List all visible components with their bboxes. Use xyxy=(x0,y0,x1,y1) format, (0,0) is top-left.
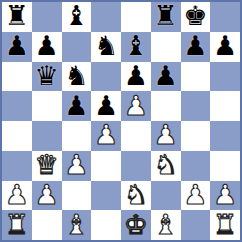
piece-white-pawn[interactable]: ♟ xyxy=(64,151,88,178)
square-a8[interactable]: ♜ xyxy=(2,2,32,32)
square-e6[interactable]: ♟ xyxy=(121,62,151,92)
square-b7[interactable]: ♟ xyxy=(32,32,62,62)
piece-white-pawn[interactable]: ♟ xyxy=(154,121,178,148)
square-c3[interactable]: ♟ xyxy=(62,151,92,181)
square-g1[interactable] xyxy=(181,210,211,240)
piece-white-knight[interactable]: ♞ xyxy=(154,151,178,178)
square-g2[interactable]: ♟ xyxy=(181,181,211,211)
square-h7[interactable]: ♟ xyxy=(210,32,240,62)
piece-black-pawn[interactable]: ♟ xyxy=(124,62,148,89)
piece-black-rook[interactable]: ♜ xyxy=(154,2,178,29)
square-d1[interactable] xyxy=(91,210,121,240)
piece-white-pawn[interactable]: ♟ xyxy=(94,121,118,148)
piece-black-pawn[interactable]: ♟ xyxy=(64,92,88,119)
square-a4[interactable] xyxy=(2,121,32,151)
square-e5[interactable]: ♟ xyxy=(121,91,151,121)
square-c2[interactable] xyxy=(62,181,92,211)
square-b1[interactable] xyxy=(32,210,62,240)
piece-black-pawn[interactable]: ♟ xyxy=(5,32,29,59)
piece-black-knight[interactable]: ♞ xyxy=(94,32,118,59)
square-d6[interactable] xyxy=(91,62,121,92)
square-h4[interactable] xyxy=(210,121,240,151)
piece-black-pawn[interactable]: ♟ xyxy=(154,62,178,89)
square-g4[interactable] xyxy=(181,121,211,151)
piece-black-pawn[interactable]: ♟ xyxy=(35,32,59,59)
square-f8[interactable]: ♜ xyxy=(151,2,181,32)
square-h2[interactable]: ♟ xyxy=(210,181,240,211)
piece-white-pawn[interactable]: ♟ xyxy=(213,181,237,208)
square-g5[interactable] xyxy=(181,91,211,121)
square-e4[interactable] xyxy=(121,121,151,151)
square-h6[interactable] xyxy=(210,62,240,92)
piece-white-bishop[interactable]: ♝ xyxy=(64,211,88,238)
piece-white-queen[interactable]: ♛ xyxy=(35,151,59,178)
square-f7[interactable] xyxy=(151,32,181,62)
piece-black-king[interactable]: ♚ xyxy=(183,2,207,29)
square-a2[interactable]: ♟ xyxy=(2,181,32,211)
piece-white-king[interactable]: ♚ xyxy=(124,211,148,238)
chess-board: ♜♝♜♚♟♟♞♝♟♟♛♞♟♟♟♟♟♟♟♛♟♞♟♟♞♟♟♜♝♚♝♜ xyxy=(0,0,242,242)
piece-white-pawn[interactable]: ♟ xyxy=(5,181,29,208)
square-b5[interactable] xyxy=(32,91,62,121)
square-d4[interactable]: ♟ xyxy=(91,121,121,151)
square-h5[interactable] xyxy=(210,91,240,121)
square-a3[interactable] xyxy=(2,151,32,181)
square-g6[interactable] xyxy=(181,62,211,92)
square-h3[interactable] xyxy=(210,151,240,181)
piece-white-knight[interactable]: ♞ xyxy=(124,181,148,208)
square-d2[interactable] xyxy=(91,181,121,211)
piece-black-bishop[interactable]: ♝ xyxy=(124,32,148,59)
square-f3[interactable]: ♞ xyxy=(151,151,181,181)
piece-black-knight[interactable]: ♞ xyxy=(64,62,88,89)
square-b8[interactable] xyxy=(32,2,62,32)
square-g7[interactable]: ♟ xyxy=(181,32,211,62)
chess-board-grid: ♜♝♜♚♟♟♞♝♟♟♛♞♟♟♟♟♟♟♟♛♟♞♟♟♞♟♟♜♝♚♝♜ xyxy=(2,2,240,240)
square-d8[interactable] xyxy=(91,2,121,32)
square-e1[interactable]: ♚ xyxy=(121,210,151,240)
square-c6[interactable]: ♞ xyxy=(62,62,92,92)
square-b3[interactable]: ♛ xyxy=(32,151,62,181)
piece-white-pawn[interactable]: ♟ xyxy=(35,181,59,208)
piece-white-rook[interactable]: ♜ xyxy=(5,211,29,238)
square-f2[interactable] xyxy=(151,181,181,211)
square-a5[interactable] xyxy=(2,91,32,121)
square-d5[interactable]: ♟ xyxy=(91,91,121,121)
square-g3[interactable] xyxy=(181,151,211,181)
piece-white-pawn[interactable]: ♟ xyxy=(183,181,207,208)
square-e3[interactable] xyxy=(121,151,151,181)
square-c4[interactable] xyxy=(62,121,92,151)
square-b6[interactable]: ♛ xyxy=(32,62,62,92)
piece-black-pawn[interactable]: ♟ xyxy=(94,92,118,119)
square-c8[interactable]: ♝ xyxy=(62,2,92,32)
square-b2[interactable]: ♟ xyxy=(32,181,62,211)
square-a1[interactable]: ♜ xyxy=(2,210,32,240)
piece-black-rook[interactable]: ♜ xyxy=(5,2,29,29)
square-e2[interactable]: ♞ xyxy=(121,181,151,211)
square-f6[interactable]: ♟ xyxy=(151,62,181,92)
square-d7[interactable]: ♞ xyxy=(91,32,121,62)
square-h1[interactable]: ♜ xyxy=(210,210,240,240)
piece-white-rook[interactable]: ♜ xyxy=(213,211,237,238)
square-g8[interactable]: ♚ xyxy=(181,2,211,32)
piece-black-bishop[interactable]: ♝ xyxy=(64,2,88,29)
square-e8[interactable] xyxy=(121,2,151,32)
square-a6[interactable] xyxy=(2,62,32,92)
square-f4[interactable]: ♟ xyxy=(151,121,181,151)
square-c7[interactable] xyxy=(62,32,92,62)
square-b4[interactable] xyxy=(32,121,62,151)
square-c5[interactable]: ♟ xyxy=(62,91,92,121)
piece-white-bishop[interactable]: ♝ xyxy=(154,211,178,238)
piece-black-queen[interactable]: ♛ xyxy=(35,62,59,89)
square-d3[interactable] xyxy=(91,151,121,181)
piece-white-pawn[interactable]: ♟ xyxy=(124,92,148,119)
square-c1[interactable]: ♝ xyxy=(62,210,92,240)
square-f5[interactable] xyxy=(151,91,181,121)
piece-black-pawn[interactable]: ♟ xyxy=(183,32,207,59)
square-e7[interactable]: ♝ xyxy=(121,32,151,62)
square-f1[interactable]: ♝ xyxy=(151,210,181,240)
piece-black-pawn[interactable]: ♟ xyxy=(213,32,237,59)
square-h8[interactable] xyxy=(210,2,240,32)
square-a7[interactable]: ♟ xyxy=(2,32,32,62)
